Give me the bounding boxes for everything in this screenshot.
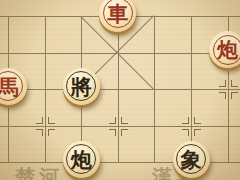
piece-glyph: 車: [99, 0, 136, 32]
point-marker: [194, 129, 201, 136]
piece-red-cannon[interactable]: 炮: [209, 31, 240, 68]
piece-glyph: 象: [173, 141, 210, 178]
piece-glyph: 炮: [63, 141, 100, 178]
grid-hline: [0, 126, 240, 127]
piece-black-elephant[interactable]: 象: [173, 141, 210, 178]
point-marker: [231, 80, 238, 87]
xiangqi-board[interactable]: 楚河 漢界 車炮馬將炮象: [0, 0, 240, 180]
piece-glyph: 炮: [209, 31, 240, 68]
point-marker: [36, 117, 43, 124]
piece-black-general[interactable]: 將: [63, 68, 100, 105]
grid-vline: [45, 16, 46, 162]
grid-hline: [0, 53, 240, 54]
point-marker: [182, 117, 189, 124]
grid-vline: [154, 16, 155, 162]
point-marker: [48, 129, 55, 136]
point-marker: [219, 80, 226, 87]
point-marker: [36, 129, 43, 136]
point-marker: [121, 129, 128, 136]
point-marker: [219, 92, 226, 99]
point-marker: [48, 117, 55, 124]
piece-glyph: 馬: [0, 68, 27, 105]
piece-red-horse[interactable]: 馬: [0, 68, 27, 105]
point-marker: [121, 117, 128, 124]
point-marker: [182, 129, 189, 136]
piece-black-cannon[interactable]: 炮: [63, 141, 100, 178]
point-marker: [109, 129, 116, 136]
river-text-left: 楚河: [15, 164, 63, 180]
grid-vline: [118, 16, 119, 162]
point-marker: [109, 117, 116, 124]
piece-red-chariot[interactable]: 車: [99, 0, 136, 32]
grid-hline: [0, 89, 240, 90]
point-marker: [231, 92, 238, 99]
point-marker: [194, 117, 201, 124]
piece-glyph: 將: [63, 68, 100, 105]
